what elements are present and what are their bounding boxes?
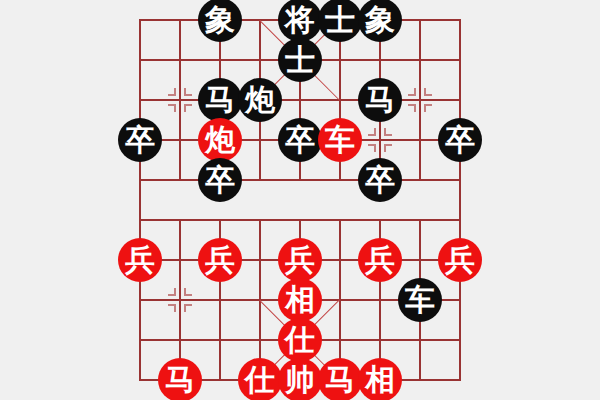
piece-black-cannon[interactable]: 炮 — [238, 78, 282, 122]
piece-black-elephant[interactable]: 象 — [198, 0, 242, 42]
piece-red-horse[interactable]: 马 — [318, 358, 362, 400]
piece-black-advisor[interactable]: 士 — [278, 38, 322, 82]
piece-red-soldier[interactable]: 兵 — [278, 238, 322, 282]
point-marker — [168, 288, 176, 296]
point-marker — [408, 88, 416, 96]
point-marker — [168, 104, 176, 112]
point-marker — [384, 128, 392, 136]
piece-black-soldier[interactable]: 卒 — [198, 158, 242, 202]
piece-black-advisor[interactable]: 士 — [318, 0, 362, 42]
point-marker — [184, 104, 192, 112]
piece-red-cannon[interactable]: 炮 — [198, 118, 242, 162]
piece-red-elephant[interactable]: 相 — [278, 278, 322, 322]
piece-black-elephant[interactable]: 象 — [358, 0, 402, 42]
grid-line — [419, 19, 421, 181]
piece-red-soldier[interactable]: 兵 — [198, 238, 242, 282]
point-marker — [184, 288, 192, 296]
piece-black-horse[interactable]: 马 — [358, 78, 402, 122]
grid-line — [459, 19, 461, 381]
piece-red-advisor[interactable]: 仕 — [278, 318, 322, 362]
point-marker — [424, 104, 432, 112]
piece-black-soldier[interactable]: 卒 — [438, 118, 482, 162]
piece-red-advisor[interactable]: 仕 — [238, 358, 282, 400]
point-marker — [184, 304, 192, 312]
piece-red-general[interactable]: 帅 — [278, 358, 322, 400]
grid-line — [179, 19, 181, 181]
piece-red-soldier[interactable]: 兵 — [358, 238, 402, 282]
point-marker — [408, 104, 416, 112]
piece-red-soldier[interactable]: 兵 — [438, 238, 482, 282]
point-marker — [368, 144, 376, 152]
piece-red-horse[interactable]: 马 — [158, 358, 202, 400]
point-marker — [184, 88, 192, 96]
point-marker — [368, 128, 376, 136]
point-marker — [424, 88, 432, 96]
piece-red-elephant[interactable]: 相 — [358, 358, 402, 400]
piece-black-general[interactable]: 将 — [278, 0, 322, 42]
piece-black-chariot[interactable]: 车 — [398, 278, 442, 322]
grid-line — [139, 19, 141, 381]
xiangqi-app: 象将士象士马炮马卒炮卒车卒卒卒兵兵兵兵兵相车仕马仕帅马相 — [0, 0, 600, 400]
piece-red-chariot[interactable]: 车 — [318, 118, 362, 162]
piece-black-soldier[interactable]: 卒 — [358, 158, 402, 202]
piece-red-soldier[interactable]: 兵 — [118, 238, 162, 282]
piece-black-horse[interactable]: 马 — [198, 78, 242, 122]
point-marker — [384, 144, 392, 152]
point-marker — [168, 304, 176, 312]
piece-black-soldier[interactable]: 卒 — [278, 118, 322, 162]
grid-line — [179, 219, 181, 381]
piece-black-soldier[interactable]: 卒 — [118, 118, 162, 162]
point-marker — [168, 88, 176, 96]
xiangqi-board[interactable]: 象将士象士马炮马卒炮卒车卒卒卒兵兵兵兵兵相车仕马仕帅马相 — [0, 0, 600, 400]
